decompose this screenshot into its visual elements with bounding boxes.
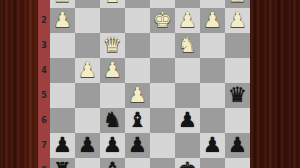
rank-label-4: 4 xyxy=(38,58,50,83)
piece-white-P-a2[interactable]: ♟ xyxy=(225,8,250,33)
square-f6[interactable]: ♞ xyxy=(100,108,125,133)
square-a7[interactable]: ♟ xyxy=(225,133,250,158)
piece-black-B-e6[interactable]: ♝ xyxy=(125,108,150,133)
piece-black-P-c6[interactable]: ♟ xyxy=(175,108,200,133)
piece-white-P-e5[interactable]: ♟ xyxy=(125,83,150,108)
square-a8[interactable] xyxy=(225,158,250,168)
square-b5[interactable] xyxy=(200,83,225,108)
square-g2[interactable] xyxy=(75,8,100,33)
square-c4[interactable] xyxy=(175,58,200,83)
square-c5[interactable] xyxy=(175,83,200,108)
square-e6[interactable]: ♝ xyxy=(125,108,150,133)
rank-label-5: 5 xyxy=(38,83,50,108)
square-c1[interactable] xyxy=(175,0,200,8)
square-c3[interactable]: ♞ xyxy=(175,33,200,58)
square-f3[interactable]: ♛ xyxy=(100,33,125,58)
square-d5[interactable] xyxy=(150,83,175,108)
square-b1[interactable] xyxy=(200,0,225,8)
piece-black-Q-a5[interactable]: ♛ xyxy=(225,83,250,108)
square-d3[interactable] xyxy=(150,33,175,58)
piece-white-Q-f3[interactable]: ♛ xyxy=(100,33,125,58)
piece-black-P-e7[interactable]: ♟ xyxy=(125,133,150,158)
piece-black-R-h8[interactable]: ♜ xyxy=(50,158,75,168)
square-h5[interactable] xyxy=(50,83,75,108)
square-h6[interactable] xyxy=(50,108,75,133)
square-d2[interactable]: ♚ xyxy=(150,8,175,33)
square-f2[interactable] xyxy=(100,8,125,33)
square-a4[interactable] xyxy=(225,58,250,83)
square-b2[interactable]: ♟ xyxy=(200,8,225,33)
square-c8[interactable]: ♚ xyxy=(175,158,200,168)
piece-white-P-g4[interactable]: ♟ xyxy=(75,58,100,83)
piece-black-P-f7[interactable]: ♟ xyxy=(100,133,125,158)
square-d8[interactable] xyxy=(150,158,175,168)
square-a1[interactable]: ♜ xyxy=(225,0,250,8)
square-g4[interactable]: ♟ xyxy=(75,58,100,83)
square-e8[interactable] xyxy=(125,158,150,168)
rank-label-3: 3 xyxy=(38,33,50,58)
piece-black-P-h7[interactable]: ♟ xyxy=(50,133,75,158)
rank-label-1: 1 xyxy=(38,0,50,8)
square-g6[interactable] xyxy=(75,108,100,133)
piece-white-R-h1[interactable]: ♜ xyxy=(50,0,75,8)
chess-board[interactable]: ♜♝♜♟♚♟♟♟♛♞♟♟♟♛♞♝♟♟♟♟♟♟♟♜♝♚ xyxy=(50,0,250,168)
square-b6[interactable] xyxy=(200,108,225,133)
square-c7[interactable] xyxy=(175,133,200,158)
square-h4[interactable] xyxy=(50,58,75,83)
square-g8[interactable] xyxy=(75,158,100,168)
piece-white-P-h2[interactable]: ♟ xyxy=(50,8,75,33)
square-b3[interactable] xyxy=(200,33,225,58)
piece-white-R-a1[interactable]: ♜ xyxy=(225,0,250,8)
square-d6[interactable] xyxy=(150,108,175,133)
square-c2[interactable]: ♟ xyxy=(175,8,200,33)
square-b7[interactable]: ♟ xyxy=(200,133,225,158)
square-f8[interactable]: ♝ xyxy=(100,158,125,168)
square-a5[interactable]: ♛ xyxy=(225,83,250,108)
square-e4[interactable] xyxy=(125,58,150,83)
square-e5[interactable]: ♟ xyxy=(125,83,150,108)
piece-black-P-a7[interactable]: ♟ xyxy=(225,133,250,158)
chess-app-viewport: 12345678 ♜♝♜♟♚♟♟♟♛♞♟♟♟♛♞♝♟♟♟♟♟♟♟♜♝♚ xyxy=(0,0,300,168)
square-h3[interactable] xyxy=(50,33,75,58)
square-a6[interactable] xyxy=(225,108,250,133)
rank-label-strip: 12345678 xyxy=(38,0,50,168)
piece-black-P-g7[interactable]: ♟ xyxy=(75,133,100,158)
rank-label-8: 8 xyxy=(38,158,50,168)
square-g1[interactable] xyxy=(75,0,100,8)
square-h1[interactable]: ♜ xyxy=(50,0,75,8)
piece-white-P-f4[interactable]: ♟ xyxy=(100,58,125,83)
piece-black-B-f8[interactable]: ♝ xyxy=(100,158,125,168)
square-d7[interactable] xyxy=(150,133,175,158)
piece-black-K-c8[interactable]: ♚ xyxy=(175,158,200,168)
square-f1[interactable]: ♝ xyxy=(100,0,125,8)
square-d1[interactable] xyxy=(150,0,175,8)
square-h8[interactable]: ♜ xyxy=(50,158,75,168)
square-f7[interactable]: ♟ xyxy=(100,133,125,158)
square-a2[interactable]: ♟ xyxy=(225,8,250,33)
rank-label-2: 2 xyxy=(38,8,50,33)
piece-black-N-f6[interactable]: ♞ xyxy=(100,108,125,133)
rank-label-6: 6 xyxy=(38,108,50,133)
piece-white-B-f1[interactable]: ♝ xyxy=(100,0,125,8)
square-a3[interactable] xyxy=(225,33,250,58)
piece-white-P-c2[interactable]: ♟ xyxy=(175,8,200,33)
square-e3[interactable] xyxy=(125,33,150,58)
square-f5[interactable] xyxy=(100,83,125,108)
square-d4[interactable] xyxy=(150,58,175,83)
square-h2[interactable]: ♟ xyxy=(50,8,75,33)
square-g7[interactable]: ♟ xyxy=(75,133,100,158)
square-h7[interactable]: ♟ xyxy=(50,133,75,158)
piece-white-K-d2[interactable]: ♚ xyxy=(150,8,175,33)
piece-black-P-b7[interactable]: ♟ xyxy=(200,133,225,158)
piece-white-P-b2[interactable]: ♟ xyxy=(200,8,225,33)
square-f4[interactable]: ♟ xyxy=(100,58,125,83)
square-e7[interactable]: ♟ xyxy=(125,133,150,158)
square-b8[interactable] xyxy=(200,158,225,168)
square-e2[interactable] xyxy=(125,8,150,33)
piece-white-N-c3[interactable]: ♞ xyxy=(175,33,200,58)
square-e1[interactable] xyxy=(125,0,150,8)
square-c6[interactable]: ♟ xyxy=(175,108,200,133)
rank-label-7: 7 xyxy=(38,133,50,158)
square-g5[interactable] xyxy=(75,83,100,108)
square-g3[interactable] xyxy=(75,33,100,58)
square-b4[interactable] xyxy=(200,58,225,83)
